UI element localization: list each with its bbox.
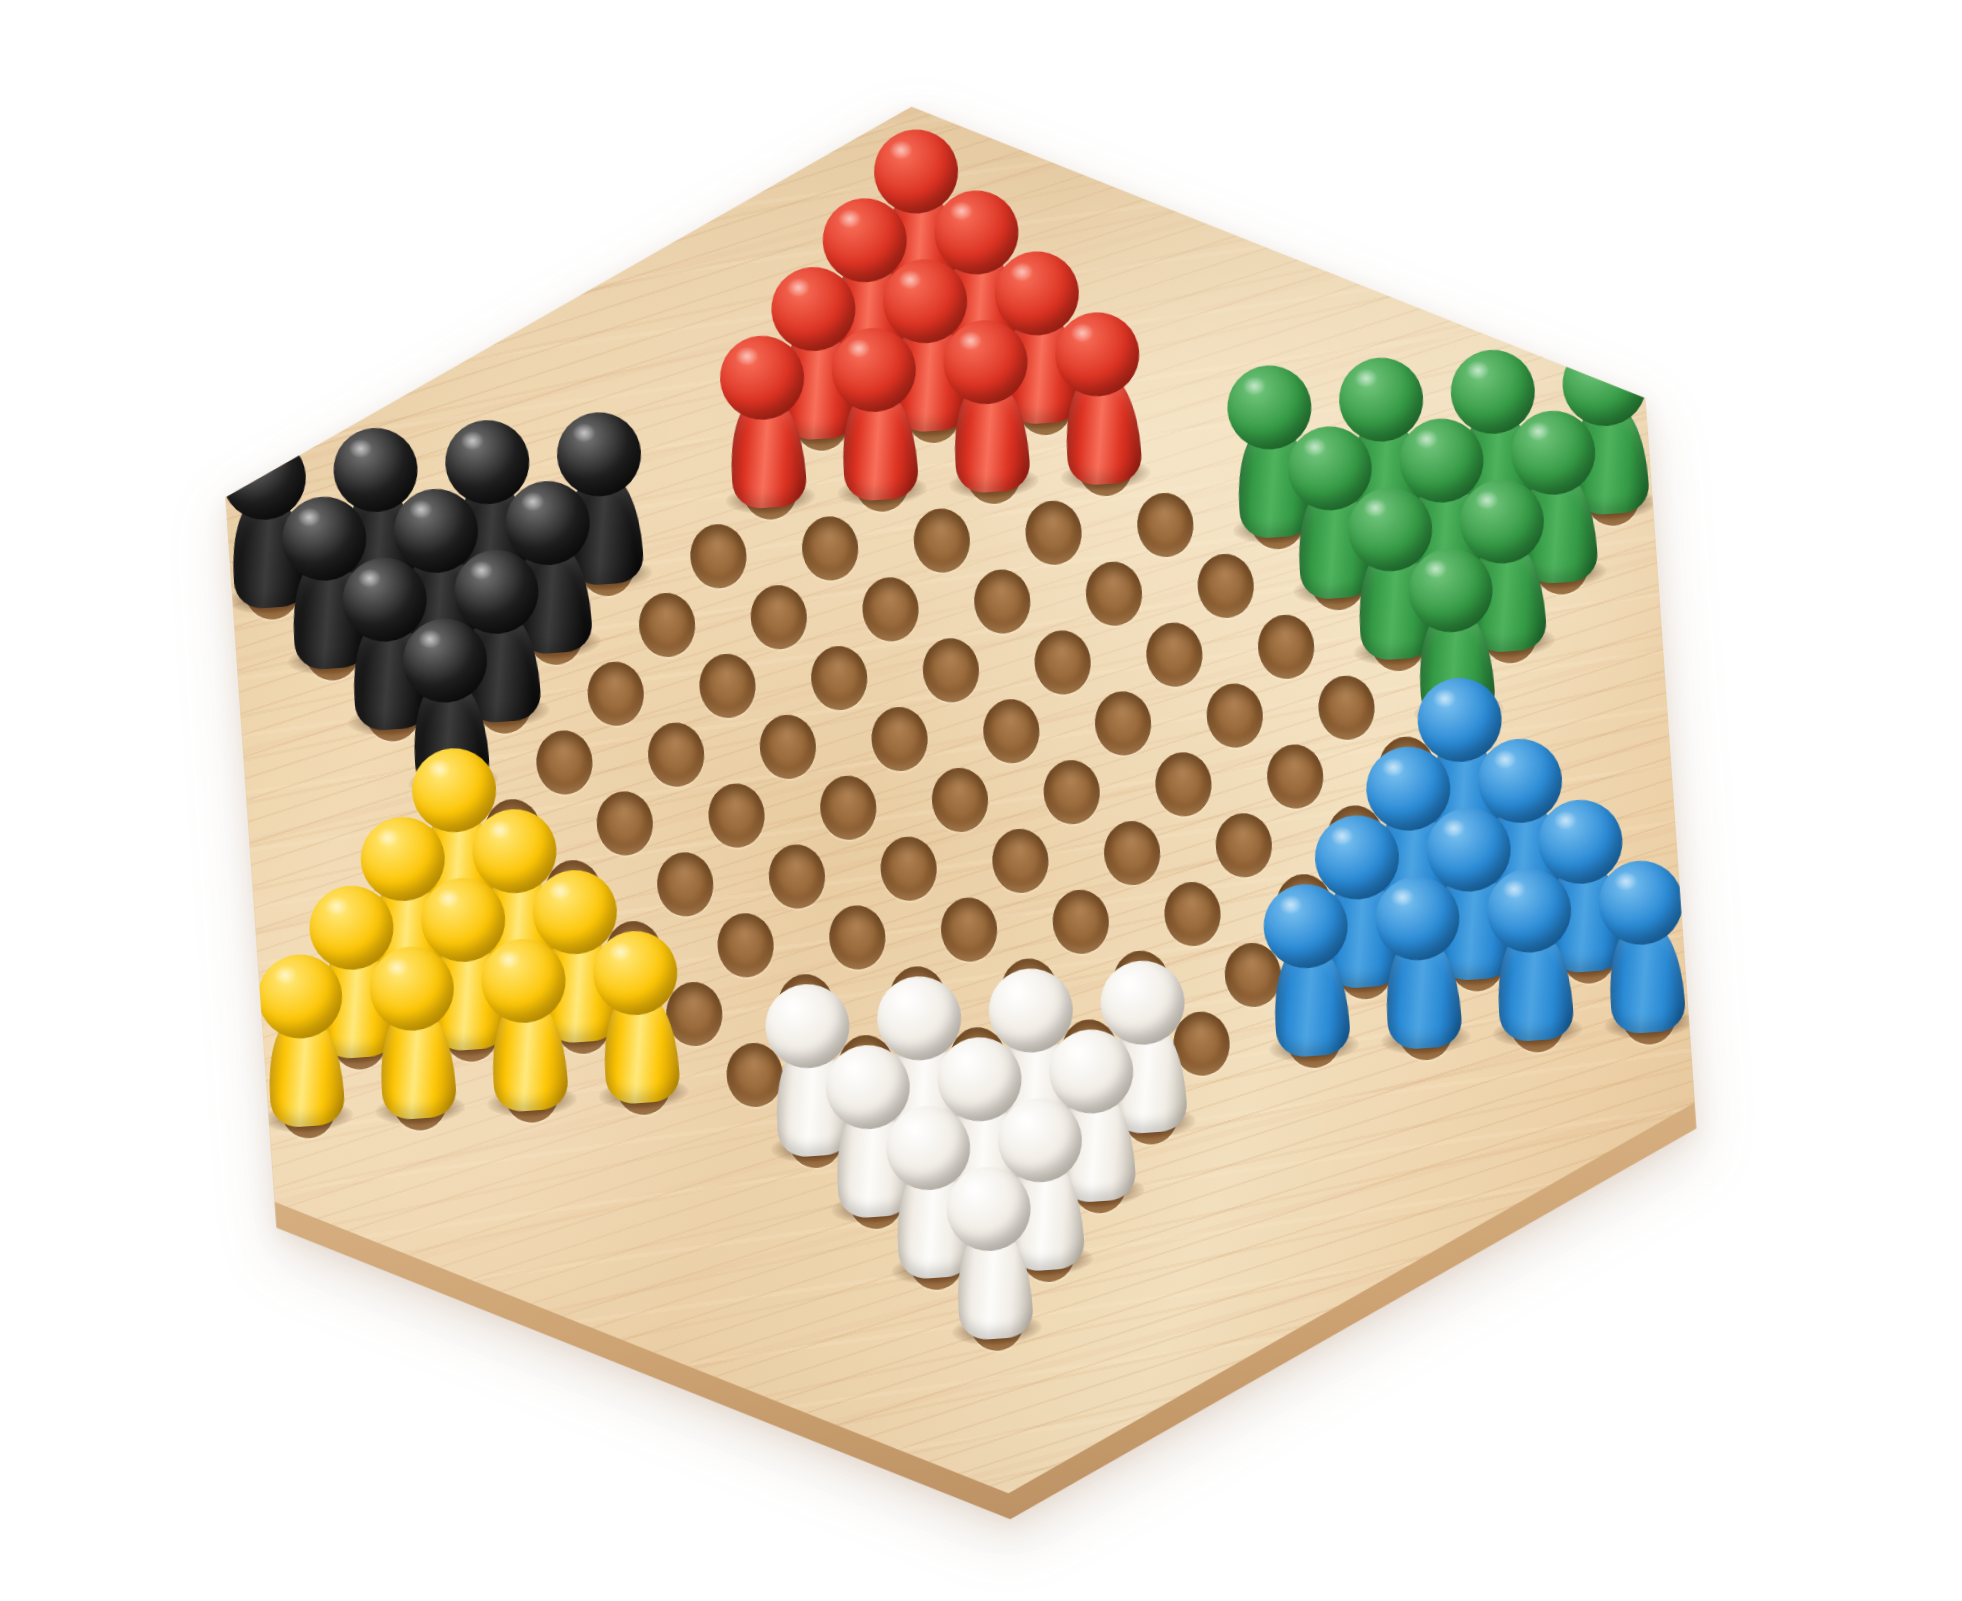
hole-r8-c6[interactable] bbox=[981, 697, 1041, 765]
peg-yellow-r13-c3[interactable] bbox=[478, 936, 576, 1120]
hole-r10-c7[interactable] bbox=[1102, 819, 1162, 887]
hole-r10-c6[interactable] bbox=[990, 827, 1050, 895]
peg-grid bbox=[94, 49, 1827, 1550]
hole-r6-c9[interactable] bbox=[1196, 552, 1256, 620]
page-background: { "game": "chinese-checkers", "scene": "… bbox=[0, 0, 1962, 1601]
hole-r8-c4[interactable] bbox=[758, 713, 818, 781]
hole-r8-c9[interactable] bbox=[1316, 674, 1376, 742]
hole-r9-c4[interactable] bbox=[818, 774, 878, 842]
hole-r5-c7[interactable] bbox=[912, 507, 972, 575]
hole-r6-c6[interactable] bbox=[860, 576, 920, 644]
peg-head bbox=[944, 1164, 1034, 1254]
hole-r9-c2[interactable] bbox=[595, 790, 655, 858]
hole-r7-c9[interactable] bbox=[1256, 613, 1316, 681]
peg-red-r4-c1[interactable] bbox=[716, 333, 814, 517]
hole-r11-c4[interactable] bbox=[715, 911, 775, 979]
hole-r10-c5[interactable] bbox=[879, 835, 939, 903]
hole-r9-c5[interactable] bbox=[930, 766, 990, 834]
peg-yellow-r13-c1[interactable] bbox=[254, 952, 352, 1136]
hole-r7-c4[interactable] bbox=[697, 652, 757, 720]
hole-r6-c5[interactable] bbox=[749, 583, 809, 651]
peg-head bbox=[829, 325, 919, 415]
peg-head bbox=[941, 317, 1031, 407]
hole-r7-c5[interactable] bbox=[809, 644, 869, 712]
peg-red-r4-c4[interactable] bbox=[1051, 309, 1149, 493]
hole-r7-c7[interactable] bbox=[1032, 629, 1092, 697]
peg-head bbox=[717, 333, 807, 423]
hole-r8-c2[interactable] bbox=[534, 729, 594, 797]
peg-head bbox=[1052, 310, 1142, 400]
hole-r9-c3[interactable] bbox=[706, 782, 766, 850]
hole-r8-c8[interactable] bbox=[1205, 682, 1265, 750]
hole-r8-c5[interactable] bbox=[869, 705, 929, 773]
peg-head bbox=[1406, 545, 1496, 635]
hole-r10-c8[interactable] bbox=[1214, 811, 1274, 879]
peg-head bbox=[1373, 874, 1463, 964]
board bbox=[94, 49, 1827, 1550]
peg-red-r4-c2[interactable] bbox=[828, 325, 926, 509]
hole-r5-c5[interactable] bbox=[688, 522, 748, 590]
hole-r10-c4[interactable] bbox=[767, 843, 827, 911]
peg-blue-r13-c11[interactable] bbox=[1372, 873, 1470, 1057]
peg-yellow-r13-c2[interactable] bbox=[366, 944, 464, 1128]
peg-head bbox=[400, 616, 490, 706]
hole-r7-c3[interactable] bbox=[586, 660, 646, 728]
hole-r11-c5[interactable] bbox=[827, 904, 887, 972]
peg-head bbox=[367, 944, 457, 1034]
hole-r5-c9[interactable] bbox=[1135, 491, 1195, 559]
hole-r11-c6[interactable] bbox=[939, 896, 999, 964]
hole-r10-c3[interactable] bbox=[655, 850, 715, 918]
peg-head bbox=[1596, 858, 1686, 948]
hole-r9-c8[interactable] bbox=[1265, 743, 1325, 811]
peg-blue-r13-c10[interactable] bbox=[1260, 881, 1358, 1065]
hole-r11-c8[interactable] bbox=[1162, 880, 1222, 948]
board-scene bbox=[94, 49, 1827, 1550]
hole-r7-c6[interactable] bbox=[921, 636, 981, 704]
hole-r9-c7[interactable] bbox=[1153, 750, 1213, 818]
peg-head bbox=[1261, 881, 1351, 971]
hole-r6-c8[interactable] bbox=[1084, 560, 1144, 628]
peg-white-r17-c1[interactable] bbox=[943, 1164, 1041, 1348]
peg-head bbox=[479, 936, 569, 1026]
peg-blue-r13-c12[interactable] bbox=[1483, 866, 1581, 1050]
peg-head bbox=[590, 928, 680, 1018]
hole-r8-c7[interactable] bbox=[1093, 690, 1153, 758]
peg-yellow-r13-c4[interactable] bbox=[589, 928, 687, 1112]
peg-head bbox=[1484, 866, 1574, 956]
peg-blue-r13-c13[interactable] bbox=[1595, 858, 1693, 1042]
hole-r6-c4[interactable] bbox=[637, 591, 697, 659]
hole-r5-c6[interactable] bbox=[800, 515, 860, 583]
hole-r11-c7[interactable] bbox=[1051, 888, 1111, 956]
peg-head bbox=[255, 952, 345, 1042]
peg-red-r4-c3[interactable] bbox=[940, 317, 1038, 501]
hole-r8-c3[interactable] bbox=[646, 721, 706, 789]
hole-r5-c8[interactable] bbox=[1023, 499, 1083, 567]
hole-r9-c6[interactable] bbox=[1042, 758, 1102, 826]
hole-r6-c7[interactable] bbox=[972, 568, 1032, 636]
hole-r7-c8[interactable] bbox=[1144, 621, 1204, 689]
